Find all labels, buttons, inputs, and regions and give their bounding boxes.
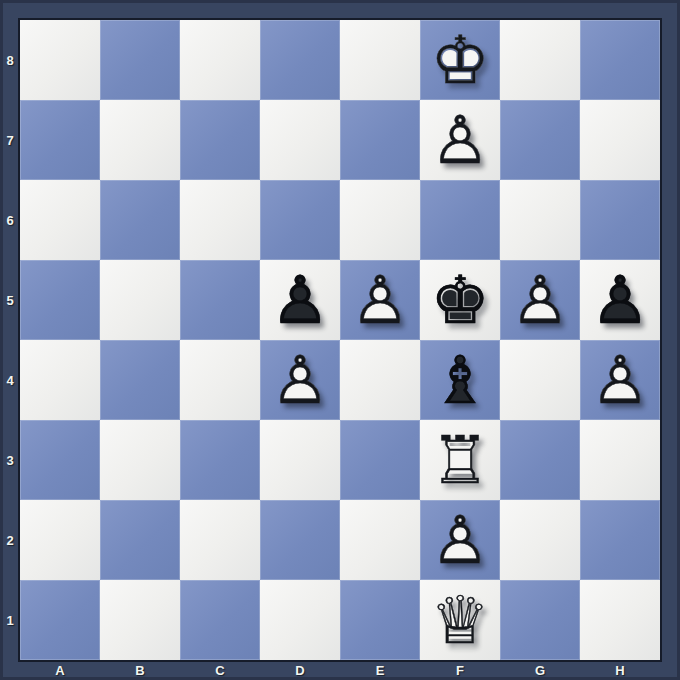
rank-label-4: 4 [0, 340, 20, 420]
white-rook: ♜♖ [420, 420, 500, 500]
square-e5[interactable]: ♟♙ [340, 260, 420, 340]
square-e8[interactable] [340, 20, 420, 100]
square-b7[interactable] [100, 100, 180, 180]
square-h4[interactable]: ♟♙ [580, 340, 660, 420]
square-c6[interactable] [180, 180, 260, 260]
black-king: ♚♔ [420, 260, 500, 340]
square-a2[interactable] [20, 500, 100, 580]
square-h6[interactable] [580, 180, 660, 260]
square-g4[interactable] [500, 340, 580, 420]
square-c8[interactable] [180, 20, 260, 100]
square-e4[interactable] [340, 340, 420, 420]
square-d5[interactable]: ♟♙ [260, 260, 340, 340]
square-a7[interactable] [20, 100, 100, 180]
square-g3[interactable] [500, 420, 580, 500]
rank-labels: 87654321 [0, 20, 20, 660]
square-a8[interactable] [20, 20, 100, 100]
rank-label-1: 1 [0, 580, 20, 660]
square-c2[interactable] [180, 500, 260, 580]
white-pawn: ♟♙ [420, 500, 500, 580]
square-d7[interactable] [260, 100, 340, 180]
square-c7[interactable] [180, 100, 260, 180]
file-labels: ABCDEFGH [20, 660, 660, 680]
square-h7[interactable] [580, 100, 660, 180]
square-e1[interactable] [340, 580, 420, 660]
square-a3[interactable] [20, 420, 100, 500]
square-g8[interactable] [500, 20, 580, 100]
square-h5[interactable]: ♟♙ [580, 260, 660, 340]
white-pawn: ♟♙ [260, 340, 340, 420]
chessboard: ♚♔♟♙♟♙♟♙♚♔♟♙♟♙♟♙♝♗♟♙♜♖♟♙♛♕ [20, 20, 660, 660]
file-label-e: E [340, 660, 420, 680]
square-f2[interactable]: ♟♙ [420, 500, 500, 580]
square-c4[interactable] [180, 340, 260, 420]
square-c3[interactable] [180, 420, 260, 500]
square-e3[interactable] [340, 420, 420, 500]
rank-label-3: 3 [0, 420, 20, 500]
square-c5[interactable] [180, 260, 260, 340]
black-bishop: ♝♗ [420, 340, 500, 420]
file-label-g: G [500, 660, 580, 680]
square-f6[interactable] [420, 180, 500, 260]
square-b2[interactable] [100, 500, 180, 580]
square-d8[interactable] [260, 20, 340, 100]
square-g6[interactable] [500, 180, 580, 260]
square-a1[interactable] [20, 580, 100, 660]
rank-label-6: 6 [0, 180, 20, 260]
rank-label-7: 7 [0, 100, 20, 180]
black-pawn: ♟♙ [580, 260, 660, 340]
square-b6[interactable] [100, 180, 180, 260]
white-pawn: ♟♙ [580, 340, 660, 420]
white-queen: ♛♕ [420, 580, 500, 660]
square-f8[interactable]: ♚♔ [420, 20, 500, 100]
file-label-a: A [20, 660, 100, 680]
square-a5[interactable] [20, 260, 100, 340]
square-b3[interactable] [100, 420, 180, 500]
square-a6[interactable] [20, 180, 100, 260]
file-label-b: B [100, 660, 180, 680]
file-label-c: C [180, 660, 260, 680]
square-f1[interactable]: ♛♕ [420, 580, 500, 660]
square-f7[interactable]: ♟♙ [420, 100, 500, 180]
file-label-f: F [420, 660, 500, 680]
file-label-h: H [580, 660, 660, 680]
square-g1[interactable] [500, 580, 580, 660]
square-d6[interactable] [260, 180, 340, 260]
square-g5[interactable]: ♟♙ [500, 260, 580, 340]
black-pawn: ♟♙ [260, 260, 340, 340]
square-d3[interactable] [260, 420, 340, 500]
rank-label-2: 2 [0, 500, 20, 580]
square-f4[interactable]: ♝♗ [420, 340, 500, 420]
square-h8[interactable] [580, 20, 660, 100]
square-d1[interactable] [260, 580, 340, 660]
square-g7[interactable] [500, 100, 580, 180]
square-e6[interactable] [340, 180, 420, 260]
square-b1[interactable] [100, 580, 180, 660]
square-f5[interactable]: ♚♔ [420, 260, 500, 340]
square-b5[interactable] [100, 260, 180, 340]
square-e7[interactable] [340, 100, 420, 180]
white-pawn: ♟♙ [500, 260, 580, 340]
white-pawn: ♟♙ [340, 260, 420, 340]
square-e2[interactable] [340, 500, 420, 580]
square-d2[interactable] [260, 500, 340, 580]
white-pawn: ♟♙ [420, 100, 500, 180]
square-h1[interactable] [580, 580, 660, 660]
square-f3[interactable]: ♜♖ [420, 420, 500, 500]
file-label-d: D [260, 660, 340, 680]
chessboard-frame: 87654321 ♚♔♟♙♟♙♟♙♚♔♟♙♟♙♟♙♝♗♟♙♜♖♟♙♛♕ ABCD… [0, 0, 680, 680]
square-b4[interactable] [100, 340, 180, 420]
square-a4[interactable] [20, 340, 100, 420]
square-c1[interactable] [180, 580, 260, 660]
rank-label-5: 5 [0, 260, 20, 340]
rank-label-8: 8 [0, 20, 20, 100]
square-b8[interactable] [100, 20, 180, 100]
white-king: ♚♔ [420, 20, 500, 100]
square-h3[interactable] [580, 420, 660, 500]
square-g2[interactable] [500, 500, 580, 580]
square-h2[interactable] [580, 500, 660, 580]
square-d4[interactable]: ♟♙ [260, 340, 340, 420]
